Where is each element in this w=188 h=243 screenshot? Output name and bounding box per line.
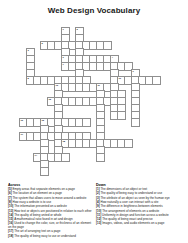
cell-number: 12 <box>41 119 44 121</box>
grid-cell <box>118 98 125 105</box>
grid-cell <box>27 56 34 63</box>
grid-cell <box>41 168 48 175</box>
grid-cell <box>111 112 118 119</box>
grid-cell <box>104 63 111 70</box>
numbered-cell: 4 <box>111 56 118 63</box>
grid-cell <box>62 98 69 105</box>
cell-number: 2 <box>76 28 77 30</box>
grid-cell <box>62 119 69 126</box>
cell-number: 3 <box>27 49 28 51</box>
grid-cell <box>62 49 69 56</box>
grid-cell <box>111 140 118 147</box>
crossword-grid: 123456789101112131415161718 <box>20 28 168 176</box>
numbered-cell: 1 <box>62 28 69 35</box>
grid-cell <box>83 77 90 84</box>
numbered-cell: 8 <box>27 77 34 84</box>
grid-cell <box>132 77 139 84</box>
grid-cell <box>55 91 62 98</box>
numbered-cell: 13 <box>55 84 62 91</box>
grid-cell <box>139 77 146 84</box>
grid-cell <box>90 140 97 147</box>
cell-number: 10 <box>118 77 121 79</box>
cell-number: 5 <box>41 42 42 44</box>
grid-cell <box>76 133 83 140</box>
grid-cell <box>76 42 83 49</box>
clue-item: [18] The quality of being easy to use or… <box>8 235 93 239</box>
grid-cell <box>34 133 41 140</box>
grid-cell <box>41 154 48 161</box>
grid-cell <box>83 119 90 126</box>
grid-cell <box>97 56 104 63</box>
grid-cell <box>146 77 153 84</box>
grid-cell <box>97 63 104 70</box>
grid-cell <box>104 56 111 63</box>
grid-cell <box>76 56 83 63</box>
grid-cell <box>111 84 118 91</box>
grid-cell <box>48 119 55 126</box>
grid-cell <box>41 140 48 147</box>
grid-cell <box>62 133 69 140</box>
grid-cell <box>27 119 34 126</box>
grid-cell <box>69 63 76 70</box>
grid-cell <box>55 126 62 133</box>
grid-cell <box>76 70 83 77</box>
cell-number: 4 <box>111 56 112 58</box>
clue-number: [13] <box>96 221 102 225</box>
grid-cell <box>118 140 125 147</box>
grid-cell <box>90 84 97 91</box>
grid-cell <box>104 98 111 105</box>
clue-number: [16] <box>8 221 14 225</box>
grid-cell <box>27 70 34 77</box>
grid-cell <box>125 63 132 70</box>
grid-cell <box>125 140 132 147</box>
numbered-cell: 6 <box>62 56 69 63</box>
numbered-cell: 14 <box>34 154 41 161</box>
grid-cell <box>111 98 118 105</box>
grid-cell <box>90 42 97 49</box>
grid-cell <box>90 98 97 105</box>
cell-number: 13 <box>55 84 58 86</box>
grid-cell <box>41 161 48 168</box>
grid-cell <box>48 133 55 140</box>
grid-cell <box>62 77 69 84</box>
grid-cell <box>69 56 76 63</box>
grid-cell <box>132 84 139 91</box>
grid-cell <box>76 77 83 84</box>
grid-cell <box>55 98 62 105</box>
grid-cell <box>104 42 111 49</box>
grid-cell <box>76 49 83 56</box>
numbered-cell: 9 <box>132 70 139 77</box>
grid-cell <box>83 140 90 147</box>
grid-cell <box>41 77 48 84</box>
grid-cell <box>34 77 41 84</box>
grid-cell <box>111 91 118 98</box>
grid-cell <box>62 84 69 91</box>
cell-number: 14 <box>34 154 37 156</box>
numbered-cell: 10 <box>118 77 125 84</box>
grid-cell <box>118 91 125 98</box>
grid-cell <box>69 133 76 140</box>
numbered-cell: 17 <box>20 133 27 140</box>
grid-cell <box>90 63 97 70</box>
numbered-cell: 15 <box>48 98 55 105</box>
grid-cell <box>111 77 118 84</box>
grid-cell <box>97 119 104 126</box>
grid-cell <box>48 154 55 161</box>
grid-cell <box>83 133 90 140</box>
grid-cell <box>104 140 111 147</box>
grid-cell <box>132 112 139 119</box>
grid-cell <box>55 119 62 126</box>
grid-cell <box>153 77 160 84</box>
grid-cell <box>69 77 76 84</box>
grid-cell <box>62 35 69 42</box>
grid-cell <box>90 56 97 63</box>
numbered-cell: 2 <box>76 28 83 35</box>
grid-cell <box>97 105 104 112</box>
grid-cell <box>83 98 90 105</box>
cell-number: 15 <box>48 98 51 100</box>
grid-cell <box>132 91 139 98</box>
grid-cell <box>55 105 62 112</box>
grid-cell <box>55 133 62 140</box>
grid-cell <box>118 63 125 70</box>
clue-item: [13] Images, videos, and audio elements … <box>96 222 184 226</box>
down-clue-list: [1] The dimensions of an object or text[… <box>96 188 184 226</box>
grid-cell <box>76 84 83 91</box>
grid-cell <box>69 119 76 126</box>
grid-cell <box>97 98 104 105</box>
grid-cell <box>97 147 104 154</box>
grid-cell <box>83 42 90 49</box>
grid-cell <box>97 91 104 98</box>
grid-cell <box>27 133 34 140</box>
cell-number: 6 <box>62 56 63 58</box>
grid-cell <box>111 70 118 77</box>
grid-cell <box>55 42 62 49</box>
grid-cell <box>83 56 90 63</box>
grid-cell <box>55 77 62 84</box>
cell-number: 16 <box>20 119 23 121</box>
grid-cell <box>125 77 132 84</box>
numbered-cell: 5 <box>41 42 48 49</box>
grid-cell <box>97 133 104 140</box>
cell-number: 9 <box>132 70 133 72</box>
grid-cell <box>132 105 139 112</box>
grid-cell <box>83 63 90 70</box>
grid-cell <box>69 140 76 147</box>
grid-cell <box>97 140 104 147</box>
grid-cell <box>62 154 69 161</box>
cell-number: 11 <box>97 84 99 86</box>
grid-cell <box>55 147 62 154</box>
grid-cell <box>55 140 62 147</box>
numbered-cell: 3 <box>27 49 34 56</box>
puzzle-title: Web Design Vocabulary <box>0 6 188 15</box>
grid-cell <box>27 63 34 70</box>
down-clues: Down [1] The dimensions of an object or … <box>96 183 184 227</box>
grid-cell <box>69 42 76 49</box>
grid-cell <box>55 112 62 119</box>
grid-cell <box>118 112 125 119</box>
grid-cell <box>48 77 55 84</box>
grid-cell <box>41 147 48 154</box>
grid-cell <box>69 84 76 91</box>
cell-number: 1 <box>62 28 63 30</box>
grid-cell <box>76 35 83 42</box>
grid-cell <box>97 154 104 161</box>
numbered-cell: 7 <box>62 63 69 70</box>
cell-number: 18 <box>62 140 65 142</box>
grid-cell <box>111 63 118 70</box>
grid-cell <box>97 112 104 119</box>
grid-cell <box>41 126 48 133</box>
cell-number: 8 <box>27 77 28 79</box>
grid-cell <box>118 105 125 112</box>
grid-cell <box>111 105 118 112</box>
grid-cell <box>97 42 104 49</box>
grid-cell <box>83 84 90 91</box>
numbered-cell: 12 <box>41 119 48 126</box>
numbered-cell: 18 <box>62 140 69 147</box>
grid-cell <box>132 98 139 105</box>
cell-number: 17 <box>20 133 23 135</box>
grid-cell <box>97 126 104 133</box>
grid-cell <box>69 98 76 105</box>
grid-cell <box>76 98 83 105</box>
across-clues: Across [5] Empty areas that separate ele… <box>8 183 93 239</box>
grid-cell <box>34 119 41 126</box>
grid-cell <box>55 154 62 161</box>
grid-cell <box>76 140 83 147</box>
grid-cell <box>104 84 111 91</box>
numbered-cell: 11 <box>97 84 104 91</box>
numbered-cell: 16 <box>20 119 27 126</box>
grid-cell <box>41 133 48 140</box>
grid-cell <box>76 119 83 126</box>
cell-number: 7 <box>62 63 63 65</box>
across-clue-list: [5] Empty areas that separate elements o… <box>8 188 93 238</box>
grid-cell <box>48 42 55 49</box>
grid-cell <box>76 63 83 70</box>
grid-cell <box>132 119 139 126</box>
clue-number: [18] <box>8 234 14 238</box>
grid-cell <box>62 42 69 49</box>
